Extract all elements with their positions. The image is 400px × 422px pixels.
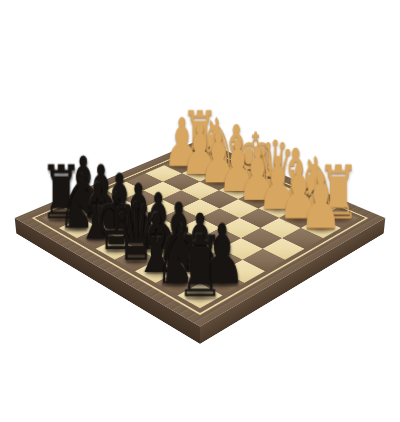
piece-white-pawn: ♟ [300,164,342,240]
square-a8: ♜ [177,283,222,308]
board-scene: ♜♞♝♚♛♝♞♜♟♟♟♟♟♟♟♟♟♟♟♟♟♟♟♟♜♞♝♚♛♝♞♜ [0,0,400,422]
chess-set-product-photo: ♜♞♝♚♛♝♞♜♟♟♟♟♟♟♟♟♟♟♟♟♟♟♟♟♜♞♝♚♛♝♞♜ [0,0,400,422]
chess-board: ♜♞♝♚♛♝♞♜♟♟♟♟♟♟♟♟♟♟♟♟♟♟♟♟♜♞♝♚♛♝♞♜ [15,140,386,327]
board-frame: ♜♞♝♚♛♝♞♜♟♟♟♟♟♟♟♟♟♟♟♟♟♟♟♟♜♞♝♚♛♝♞♜ [32,146,369,315]
board-grid: ♜♞♝♚♛♝♞♜♟♟♟♟♟♟♟♟♟♟♟♟♟♟♟♟♜♞♝♚♛♝♞♜ [42,150,359,309]
piece-black-rook: ♜ [176,224,223,308]
